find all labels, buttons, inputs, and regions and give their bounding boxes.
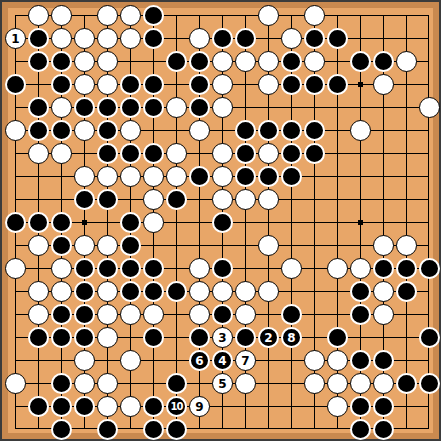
black-stone [281,74,302,95]
move-2-stone-black: 2 [258,327,279,348]
white-stone [97,74,118,95]
black-stone [212,212,233,233]
white-stone [304,350,325,371]
black-stone [143,396,164,417]
white-stone [189,281,210,302]
white-stone [304,5,325,26]
white-stone [373,281,394,302]
black-stone [143,28,164,49]
white-stone [5,258,26,279]
white-stone [189,28,210,49]
black-stone [51,212,72,233]
black-stone [235,28,256,49]
white-stone [212,74,233,95]
black-stone [97,189,118,210]
white-stone [143,189,164,210]
move-number-label: 6 [195,355,203,367]
black-stone [281,143,302,164]
move-number-label: 1 [11,33,19,45]
white-stone [235,281,256,302]
move-number-label: 10 [171,402,183,412]
black-stone [166,373,187,394]
black-stone [350,419,371,440]
black-stone [120,143,141,164]
black-stone [350,304,371,325]
black-stone [350,281,371,302]
move-number-label: 8 [287,332,295,344]
white-stone [189,258,210,279]
white-stone [350,258,371,279]
white-stone [419,97,440,118]
white-stone [74,28,95,49]
white-stone [396,235,417,256]
white-stone [350,373,371,394]
black-stone [74,304,95,325]
white-stone [97,327,118,348]
black-stone [166,189,187,210]
white-stone [304,373,325,394]
black-stone [74,327,95,348]
white-stone [212,51,233,72]
white-stone [120,396,141,417]
black-stone [120,235,141,256]
white-stone [235,304,256,325]
black-stone [51,373,72,394]
white-stone [258,189,279,210]
black-stone [189,51,210,72]
black-stone [143,97,164,118]
black-stone [28,327,49,348]
white-stone [74,51,95,72]
black-stone [327,327,348,348]
white-stone [51,5,72,26]
white-stone [258,5,279,26]
black-stone [350,51,371,72]
white-stone [281,28,302,49]
move-number-label: 5 [218,378,226,390]
white-stone [51,97,72,118]
move-1-stone-white: 1 [5,28,26,49]
black-stone [189,327,210,348]
black-stone [189,166,210,187]
white-stone [373,235,394,256]
black-stone [51,396,72,417]
black-stone [166,51,187,72]
black-stone [350,396,371,417]
black-stone [373,396,394,417]
black-stone [304,74,325,95]
black-stone [51,120,72,141]
white-stone [235,373,256,394]
white-stone [97,28,118,49]
black-stone [51,304,72,325]
white-stone [327,373,348,394]
white-stone [74,166,95,187]
black-stone [419,258,440,279]
move-10-stone-black: 10 [166,396,187,417]
white-stone [235,51,256,72]
black-stone [373,258,394,279]
white-stone [74,74,95,95]
go-game-diagram: 13286475109 [0,0,441,441]
move-number-label: 2 [264,332,272,344]
black-stone [258,120,279,141]
move-6-stone-black: 6 [189,350,210,371]
white-stone [212,166,233,187]
black-stone [51,419,72,440]
white-stone [28,235,49,256]
black-stone [143,281,164,302]
black-stone [235,327,256,348]
black-stone [281,120,302,141]
black-stone [74,97,95,118]
white-stone [97,396,118,417]
white-stone [373,74,394,95]
black-stone [235,143,256,164]
black-stone [189,97,210,118]
white-stone [212,97,233,118]
white-stone [5,120,26,141]
white-stone [28,5,49,26]
black-stone [281,51,302,72]
white-stone [74,235,95,256]
black-stone [51,327,72,348]
white-stone [143,212,164,233]
black-stone [143,5,164,26]
black-stone [304,28,325,49]
white-stone [166,143,187,164]
white-stone [97,235,118,256]
white-stone [74,350,95,371]
move-number-label: 4 [218,355,226,367]
black-stone [327,28,348,49]
move-8-stone-black: 8 [281,327,302,348]
white-stone [258,235,279,256]
go-board[interactable]: 13286475109 [0,0,441,441]
black-stone [97,120,118,141]
black-stone [212,304,233,325]
white-stone [28,304,49,325]
black-stone [74,396,95,417]
black-stone [281,166,302,187]
black-stone [97,419,118,440]
black-stone [143,419,164,440]
black-stone [74,258,95,279]
black-stone [51,51,72,72]
white-stone [396,51,417,72]
move-3-stone-white: 3 [212,327,233,348]
white-stone [327,396,348,417]
move-4-stone-black: 4 [212,350,233,371]
white-stone [120,350,141,371]
white-stone [143,304,164,325]
black-stone [143,74,164,95]
white-stone [327,258,348,279]
white-stone [51,258,72,279]
white-stone [304,51,325,72]
black-stone [327,74,348,95]
white-stone [327,350,348,371]
black-stone [120,258,141,279]
white-stone [166,97,187,118]
black-stone [143,143,164,164]
white-stone [189,304,210,325]
black-stone [74,281,95,302]
white-stone [120,304,141,325]
black-stone [97,143,118,164]
black-stone [189,74,210,95]
black-stone [373,419,394,440]
white-stone [51,28,72,49]
black-stone [5,212,26,233]
black-stone [281,304,302,325]
white-stone [120,5,141,26]
black-stone [166,419,187,440]
white-stone [258,51,279,72]
black-stone [120,74,141,95]
white-stone [97,5,118,26]
black-stone [396,373,417,394]
white-stone [258,74,279,95]
white-stone [74,373,95,394]
white-stone [143,166,164,187]
black-stone [396,281,417,302]
black-stone [28,120,49,141]
black-stone [28,396,49,417]
white-stone [97,304,118,325]
white-stone [97,373,118,394]
white-stone [51,281,72,302]
black-stone [304,143,325,164]
white-stone [97,166,118,187]
black-stone [419,373,440,394]
white-stone [28,281,49,302]
black-stone [419,327,440,348]
white-stone [120,166,141,187]
white-stone [166,166,187,187]
black-stone [350,350,371,371]
black-stone [258,166,279,187]
white-stone [373,304,394,325]
black-stone [28,28,49,49]
black-stone [120,212,141,233]
black-stone [120,97,141,118]
white-stone [281,258,302,279]
black-stone [396,258,417,279]
move-7-stone-white: 7 [235,350,256,371]
white-stone [212,189,233,210]
move-number-label: 9 [195,401,203,413]
black-stone [143,327,164,348]
move-9-stone-white: 9 [189,396,210,417]
white-stone [212,281,233,302]
white-stone [97,51,118,72]
black-stone [304,120,325,141]
move-number-label: 3 [218,332,226,344]
black-stone [5,74,26,95]
white-stone [97,281,118,302]
white-stone [120,120,141,141]
black-stone [97,258,118,279]
black-stone [97,97,118,118]
black-stone [373,51,394,72]
black-stone [51,235,72,256]
black-stone [373,350,394,371]
black-stone [28,212,49,233]
black-stone [74,189,95,210]
black-stone [212,28,233,49]
white-stone [258,143,279,164]
black-stone [212,258,233,279]
white-stone [350,120,371,141]
black-stone [51,74,72,95]
move-number-label: 7 [241,355,249,367]
black-stone [28,97,49,118]
white-stone [51,143,72,164]
white-stone [28,143,49,164]
black-stone [120,281,141,302]
white-stone [258,281,279,302]
white-stone [235,189,256,210]
black-stone [235,166,256,187]
move-5-stone-white: 5 [212,373,233,394]
white-stone [212,143,233,164]
black-stone [28,51,49,72]
white-stone [120,28,141,49]
black-stone [143,258,164,279]
white-stone [74,120,95,141]
white-stone [373,373,394,394]
black-stone [235,120,256,141]
white-stone [189,120,210,141]
white-stone [5,373,26,394]
black-stone [166,281,187,302]
